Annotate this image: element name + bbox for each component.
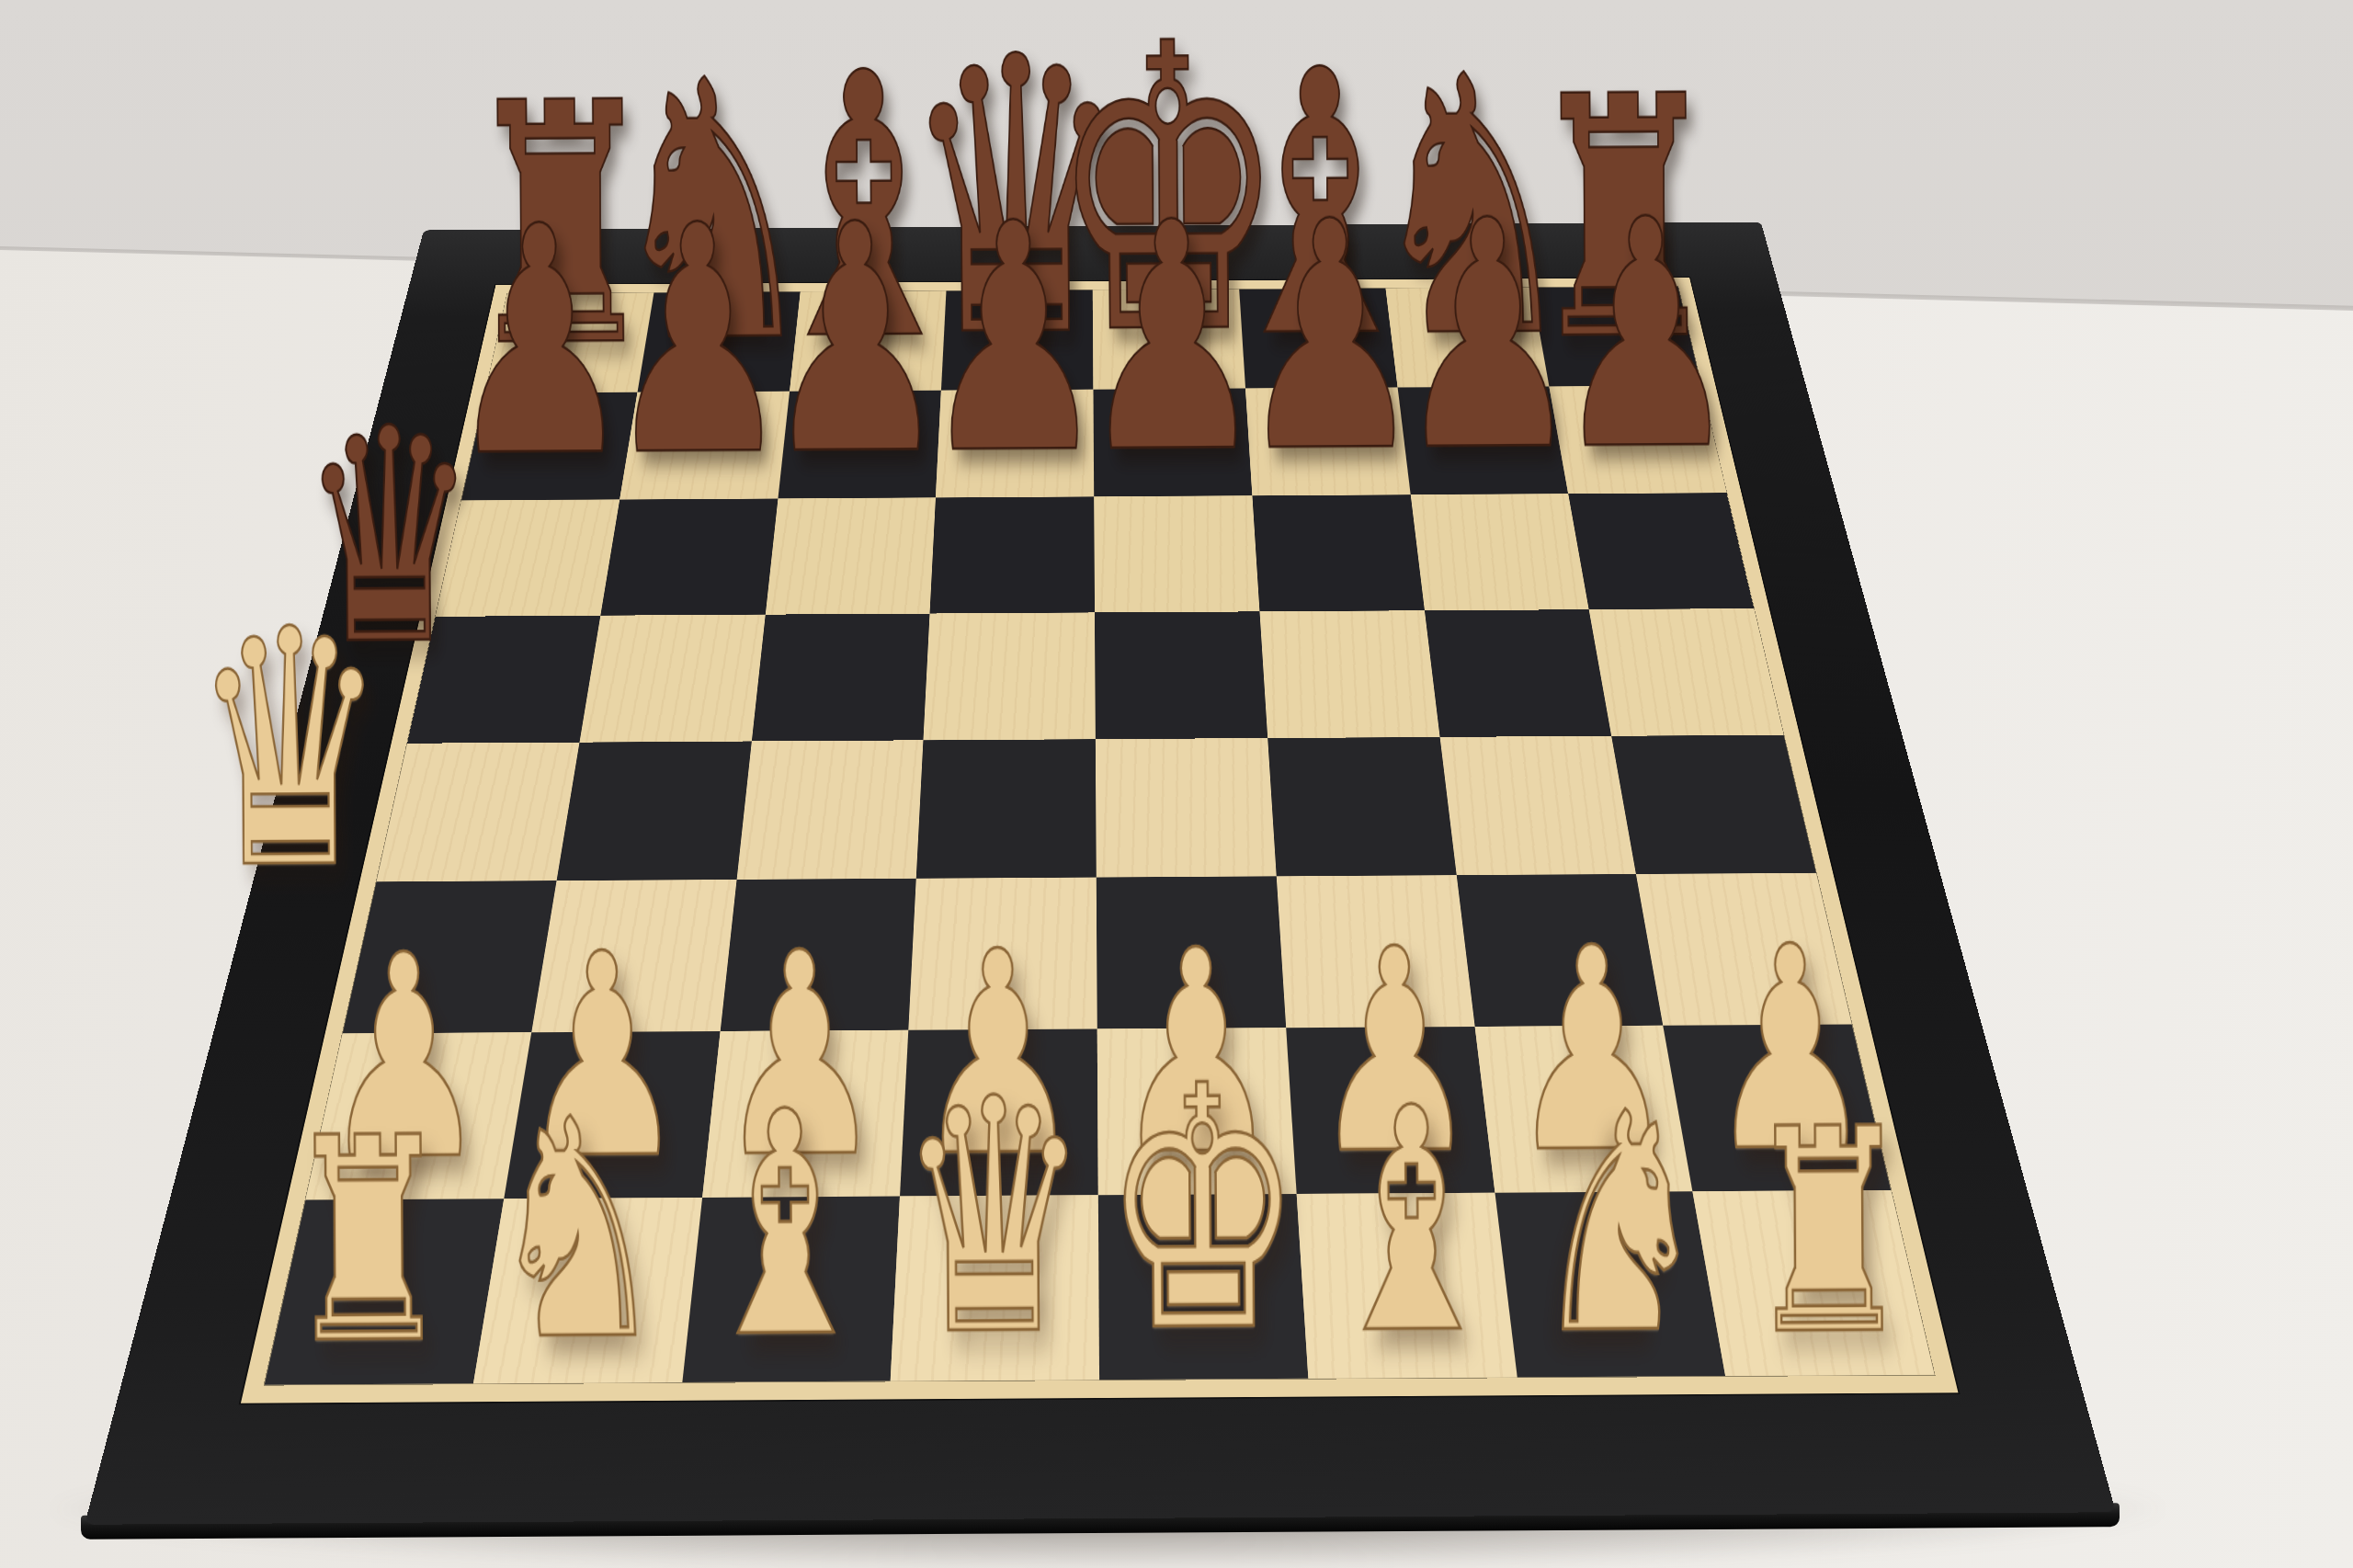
spare-white-queen[interactable]: ♛: [191, 587, 388, 915]
piece-white-bishop-c1[interactable]: ♝: [692, 1072, 878, 1381]
square-b6[interactable]: [600, 498, 778, 616]
square-d5[interactable]: [924, 613, 1096, 741]
square-f4[interactable]: [1267, 737, 1456, 876]
square-b4[interactable]: [556, 741, 751, 881]
square-g5[interactable]: [1425, 609, 1612, 737]
square-e4[interactable]: [1096, 738, 1277, 877]
square-c5[interactable]: [751, 614, 929, 742]
square-a4[interactable]: [377, 743, 580, 882]
square-e7[interactable]: ♟: [1093, 389, 1252, 497]
square-c1[interactable]: ♝: [682, 1197, 900, 1382]
board-grid: ♜♞♝♛♚♝♞♜♟♟♟♟♟♟♟♟♟♟♟♟♟♟♟♟♜♞♝♛♚♝♞♜: [265, 287, 1935, 1385]
square-f7[interactable]: ♟: [1245, 387, 1410, 495]
square-e5[interactable]: [1095, 612, 1267, 740]
square-c6[interactable]: [765, 497, 936, 615]
piece-white-knight-g1[interactable]: ♞: [1529, 1073, 1711, 1375]
square-c7[interactable]: ♟: [778, 391, 941, 499]
square-h7[interactable]: ♟: [1550, 385, 1727, 494]
square-g7[interactable]: ♟: [1397, 386, 1568, 494]
square-b5[interactable]: [579, 615, 765, 743]
square-a1[interactable]: ♜: [265, 1199, 504, 1384]
chess-board: ♜♞♝♛♚♝♞♜♟♟♟♟♟♟♟♟♟♟♟♟♟♟♟♟♜♞♝♛♚♝♞♜ ♛♛: [85, 222, 2116, 1525]
piece-white-queen-d1[interactable]: ♛: [897, 1055, 1092, 1379]
piece-white-knight-b1[interactable]: ♞: [486, 1079, 668, 1381]
square-f5[interactable]: [1259, 610, 1439, 738]
square-g1[interactable]: ♞: [1495, 1192, 1725, 1378]
photo-scene: ♜♞♝♛♚♝♞♜♟♟♟♟♟♟♟♟♟♟♟♟♟♟♟♟♜♞♝♛♚♝♞♜ ♛♛: [0, 0, 2353, 1568]
square-g4[interactable]: [1439, 736, 1636, 875]
square-d4[interactable]: [916, 739, 1097, 878]
square-h1[interactable]: ♜: [1693, 1190, 1935, 1376]
piece-white-rook-h1[interactable]: ♜: [1744, 1092, 1914, 1374]
square-c4[interactable]: [736, 740, 923, 879]
square-h6[interactable]: [1568, 493, 1754, 609]
square-d1[interactable]: ♛: [891, 1195, 1099, 1381]
square-h5[interactable]: [1589, 608, 1784, 736]
piece-white-king-e1[interactable]: ♚: [1102, 1042, 1304, 1378]
square-h4[interactable]: [1611, 735, 1816, 874]
square-f1[interactable]: ♝: [1296, 1193, 1517, 1379]
square-d7[interactable]: ♟: [936, 390, 1094, 498]
square-e6[interactable]: [1094, 495, 1259, 613]
board-frame: ♜♞♝♛♚♝♞♜♟♟♟♟♟♟♟♟♟♟♟♟♟♟♟♟♜♞♝♛♚♝♞♜ ♛♛: [85, 222, 2116, 1525]
square-b1[interactable]: ♞: [473, 1198, 702, 1383]
square-f6[interactable]: [1252, 494, 1424, 611]
piece-black-pawn-h7[interactable]: ♟: [1552, 177, 1741, 493]
square-d6[interactable]: [930, 496, 1095, 614]
square-e1[interactable]: ♚: [1098, 1194, 1308, 1380]
piece-white-bishop-f1[interactable]: ♝: [1318, 1068, 1504, 1377]
piece-white-rook-a1[interactable]: ♜: [283, 1100, 453, 1382]
square-g6[interactable]: [1410, 494, 1589, 610]
